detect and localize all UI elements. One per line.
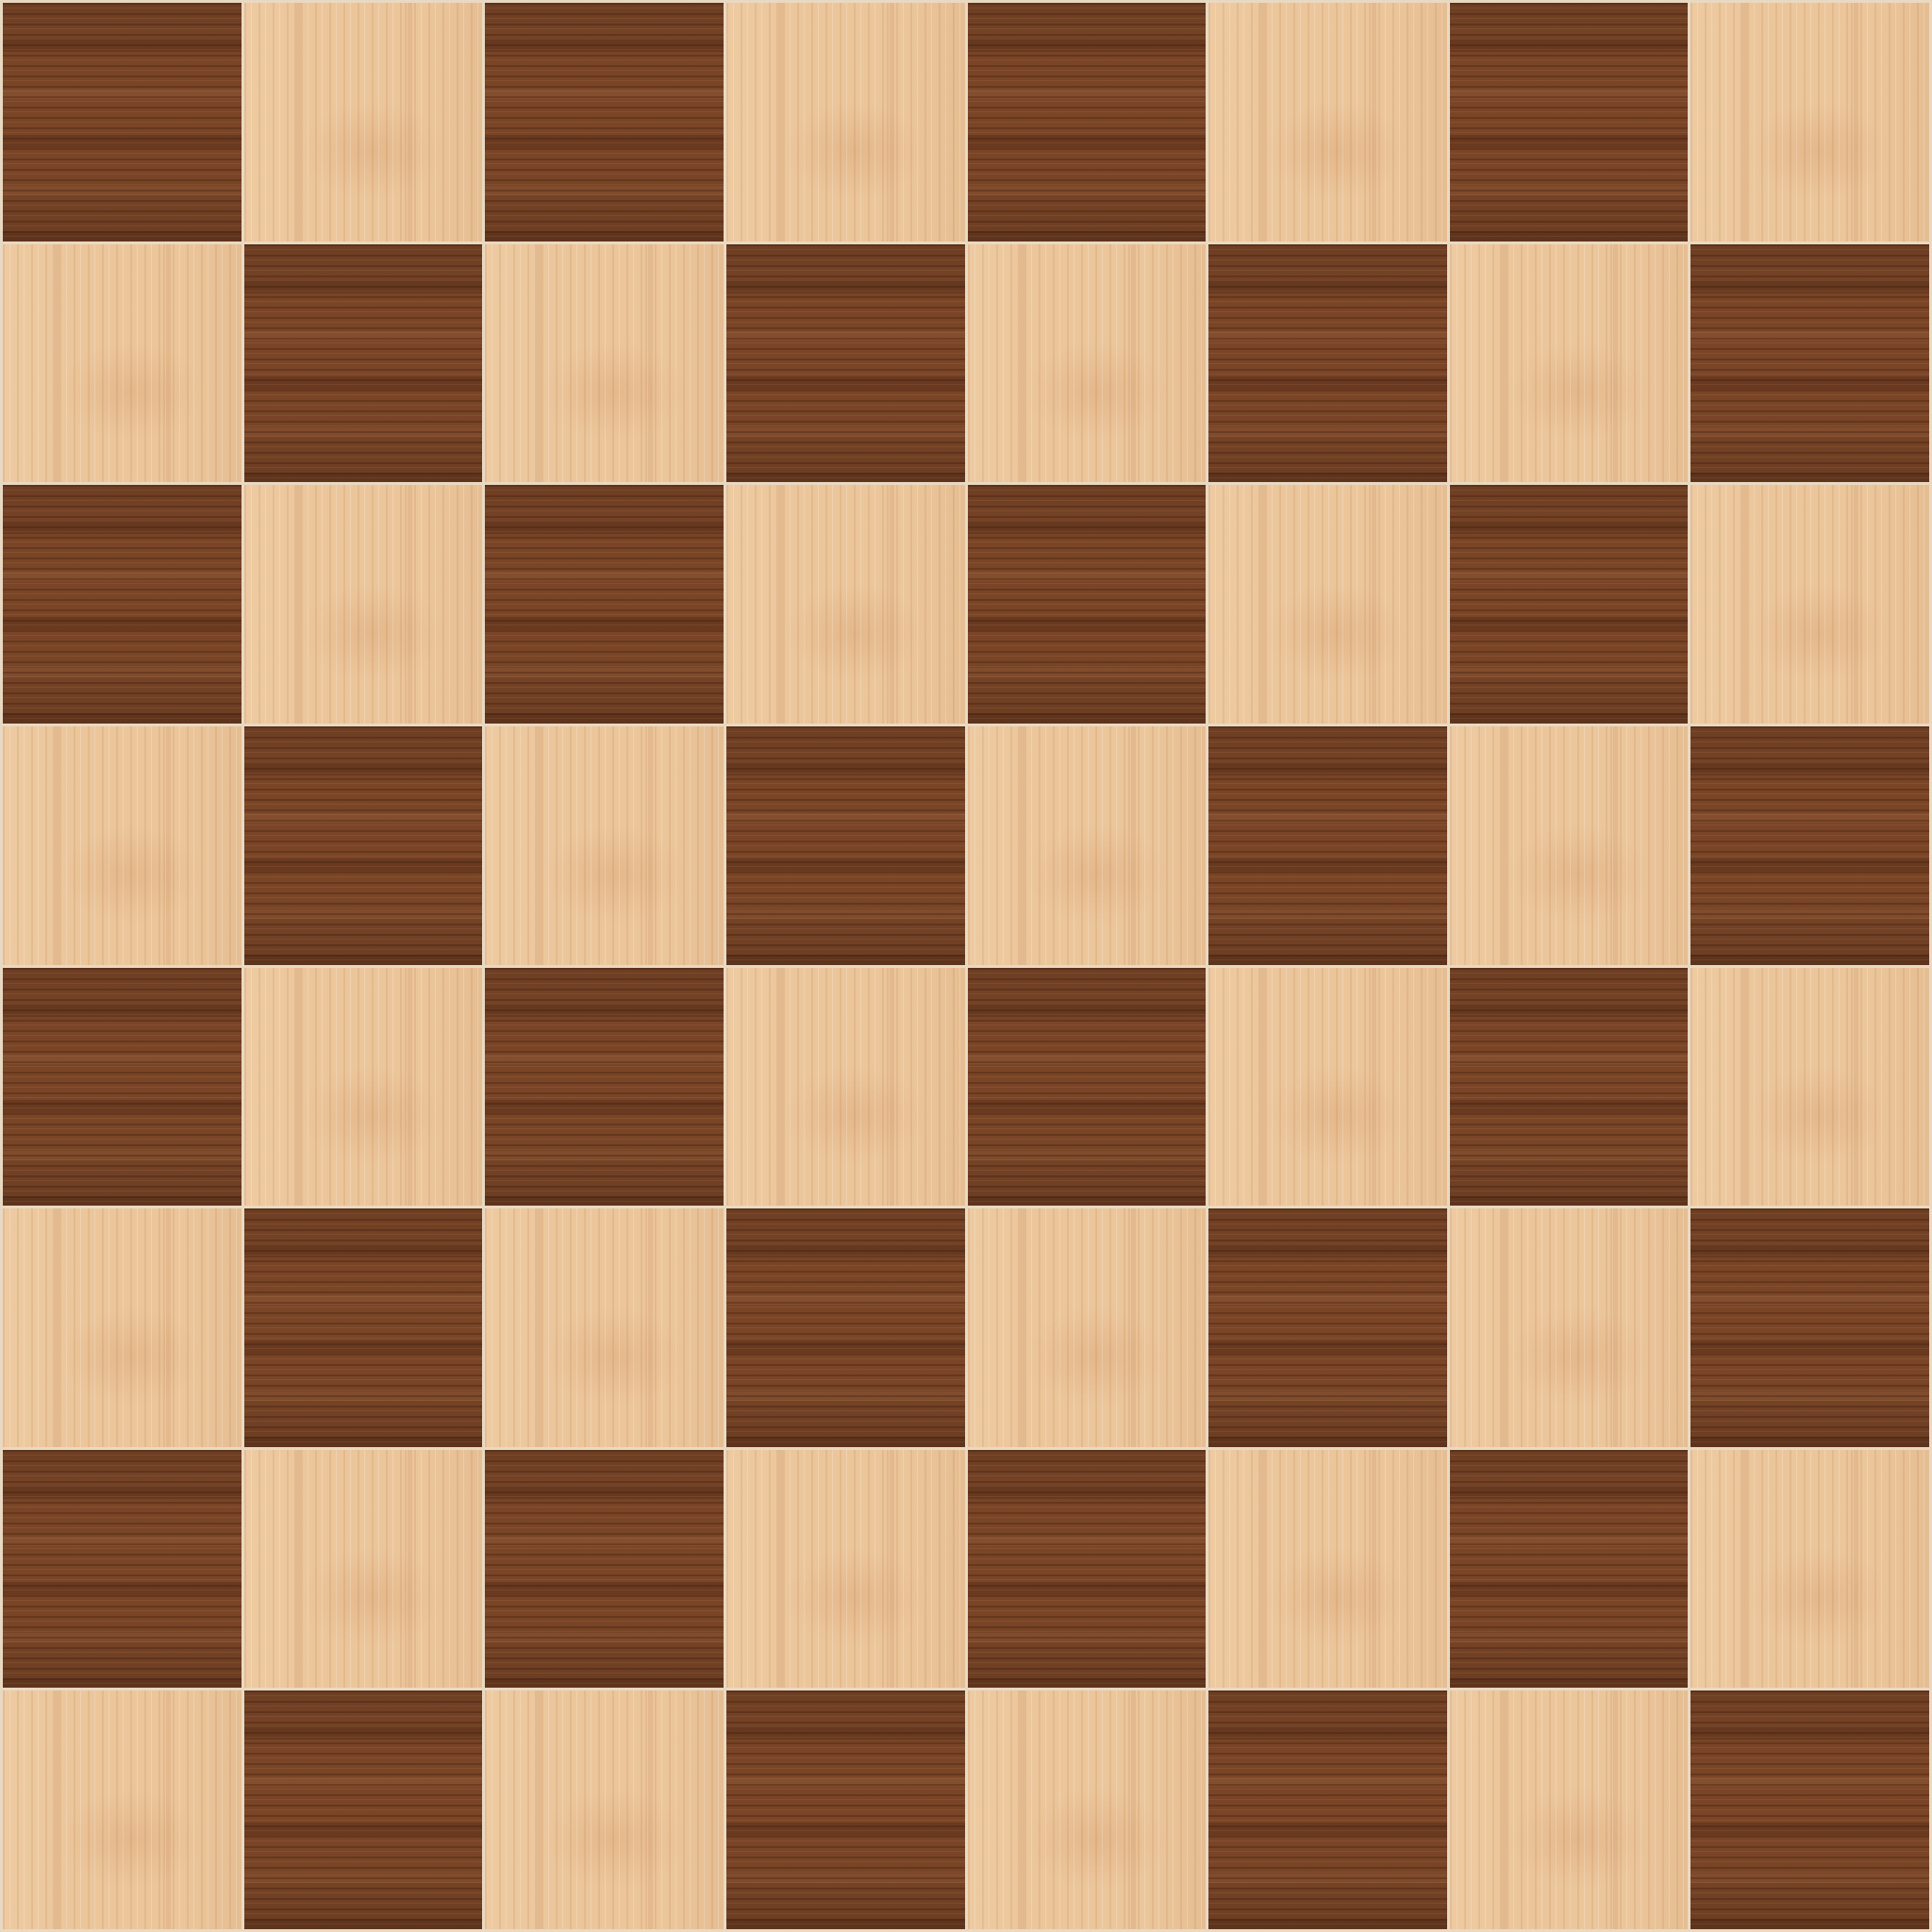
square-c2[interactable] [485,1450,724,1689]
square-b4[interactable] [244,968,483,1207]
square-h5[interactable] [1690,726,1929,965]
square-e6[interactable] [968,485,1207,724]
square-b5[interactable] [244,726,483,965]
square-h6[interactable] [1690,485,1929,724]
square-e2[interactable] [968,1450,1207,1689]
square-f8[interactable] [1208,3,1447,241]
square-h1[interactable] [1690,1690,1929,1929]
square-e7[interactable] [968,244,1207,483]
square-c5[interactable] [485,726,724,965]
square-f7[interactable] [1208,244,1447,483]
square-c4[interactable] [485,968,724,1207]
square-g7[interactable] [1450,244,1689,483]
square-d2[interactable] [726,1450,965,1689]
square-g1[interactable] [1450,1690,1689,1929]
square-g6[interactable] [1450,485,1689,724]
square-f1[interactable] [1208,1690,1447,1929]
square-h3[interactable] [1690,1208,1929,1447]
square-a6[interactable] [3,485,241,724]
square-f2[interactable] [1208,1450,1447,1689]
square-g4[interactable] [1450,968,1689,1207]
square-g8[interactable] [1450,3,1689,241]
square-e8[interactable] [968,3,1207,241]
square-g3[interactable] [1450,1208,1689,1447]
square-c8[interactable] [485,3,724,241]
square-h4[interactable] [1690,968,1929,1207]
chess-board [0,0,1932,1932]
square-b6[interactable] [244,485,483,724]
square-d3[interactable] [726,1208,965,1447]
square-e5[interactable] [968,726,1207,965]
square-c7[interactable] [485,244,724,483]
square-c1[interactable] [485,1690,724,1929]
square-h2[interactable] [1690,1450,1929,1689]
square-d5[interactable] [726,726,965,965]
square-a4[interactable] [3,968,241,1207]
square-h8[interactable] [1690,3,1929,241]
square-a8[interactable] [3,3,241,241]
square-a1[interactable] [3,1690,241,1929]
square-f3[interactable] [1208,1208,1447,1447]
square-b8[interactable] [244,3,483,241]
square-a7[interactable] [3,244,241,483]
square-b7[interactable] [244,244,483,483]
square-e1[interactable] [968,1690,1207,1929]
square-d4[interactable] [726,968,965,1207]
square-b1[interactable] [244,1690,483,1929]
square-b3[interactable] [244,1208,483,1447]
square-c3[interactable] [485,1208,724,1447]
square-h7[interactable] [1690,244,1929,483]
square-c6[interactable] [485,485,724,724]
square-d7[interactable] [726,244,965,483]
square-e4[interactable] [968,968,1207,1207]
square-g2[interactable] [1450,1450,1689,1689]
square-e3[interactable] [968,1208,1207,1447]
square-f4[interactable] [1208,968,1447,1207]
square-a5[interactable] [3,726,241,965]
square-f5[interactable] [1208,726,1447,965]
square-g5[interactable] [1450,726,1689,965]
square-a3[interactable] [3,1208,241,1447]
square-f6[interactable] [1208,485,1447,724]
square-a2[interactable] [3,1450,241,1689]
square-d1[interactable] [726,1690,965,1929]
square-d8[interactable] [726,3,965,241]
square-d6[interactable] [726,485,965,724]
square-b2[interactable] [244,1450,483,1689]
